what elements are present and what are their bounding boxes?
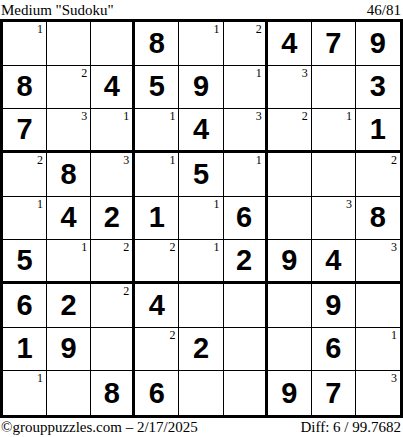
cell-value: 6 <box>325 334 341 363</box>
cell-r7c5[interactable] <box>179 284 223 328</box>
cell-value: 8 <box>61 160 77 189</box>
cell-r7c1[interactable]: 6 <box>3 284 47 328</box>
cell-value: 9 <box>61 334 77 363</box>
cell-value: 9 <box>370 29 386 58</box>
cell-r9c2[interactable] <box>47 371 91 415</box>
cell-r2c1[interactable]: 8 <box>3 66 47 110</box>
cell-r8c7[interactable] <box>268 328 312 372</box>
cell-value: 2 <box>104 203 120 232</box>
cell-value: 8 <box>370 203 386 232</box>
cell-r8c6[interactable] <box>224 328 268 372</box>
cell-value: 5 <box>16 246 32 275</box>
cell-r6c5[interactable]: 1 <box>179 240 223 284</box>
cell-r5c1[interactable]: 1 <box>3 197 47 241</box>
copyright-text: ©grouppuzzles.com – 2/17/2025 <box>1 419 198 435</box>
cell-value: 6 <box>236 203 252 232</box>
pencil-mark: 3 <box>302 66 308 80</box>
cell-value: 9 <box>281 246 297 275</box>
cell-r9c9[interactable]: 3 <box>356 371 400 415</box>
cell-r3c6[interactable]: 3 <box>224 109 268 153</box>
cell-r4c9[interactable]: 2 <box>356 153 400 197</box>
cell-r9c8[interactable]: 7 <box>312 371 356 415</box>
cell-r8c3[interactable] <box>91 328 135 372</box>
cell-r5c7[interactable] <box>268 197 312 241</box>
cell-value: 6 <box>149 379 165 408</box>
pencil-mark: 2 <box>256 22 262 36</box>
cell-r7c9[interactable] <box>356 284 400 328</box>
page-title: Medium "Sudoku" <box>1 2 114 18</box>
cell-r1c8[interactable]: 7 <box>312 22 356 66</box>
cell-r1c9[interactable]: 9 <box>356 22 400 66</box>
cell-r4c1[interactable]: 2 <box>3 153 47 197</box>
cell-r4c2[interactable]: 8 <box>47 153 91 197</box>
pencil-mark: 1 <box>169 109 175 123</box>
cell-r2c8[interactable] <box>312 66 356 110</box>
pencil-mark: 2 <box>123 284 129 298</box>
cell-value: 3 <box>370 72 386 101</box>
cell-r4c5[interactable]: 5 <box>179 153 223 197</box>
cell-r5c4[interactable]: 1 <box>135 197 179 241</box>
cell-r3c3[interactable]: 1 <box>91 109 135 153</box>
cell-r1c7[interactable]: 4 <box>268 22 312 66</box>
pencil-mark: 2 <box>81 66 87 80</box>
pencil-mark: 2 <box>37 153 43 167</box>
cell-r4c4[interactable]: 1 <box>135 153 179 197</box>
cell-value: 2 <box>193 334 209 363</box>
pencil-mark: 2 <box>169 240 175 254</box>
cell-value: 4 <box>61 203 77 232</box>
cell-r5c8[interactable]: 3 <box>312 197 356 241</box>
cell-r9c4[interactable]: 6 <box>135 371 179 415</box>
pencil-mark: 1 <box>37 22 43 36</box>
cell-r1c3[interactable] <box>91 22 135 66</box>
cell-r7c8[interactable]: 9 <box>312 284 356 328</box>
cell-r6c4[interactable]: 2 <box>135 240 179 284</box>
cell-value: 4 <box>149 291 165 320</box>
header: Medium "Sudoku" 46/81 <box>0 0 403 19</box>
cell-r9c5[interactable] <box>179 371 223 415</box>
difficulty-text: Diff: 6 / 99.7682 <box>300 419 401 435</box>
cell-r1c1[interactable]: 1 <box>3 22 47 66</box>
cell-r2c6[interactable]: 1 <box>224 66 268 110</box>
cell-r4c7[interactable] <box>268 153 312 197</box>
pencil-mark: 1 <box>214 197 220 211</box>
cell-r8c9[interactable]: 1 <box>356 328 400 372</box>
pencil-mark: 1 <box>256 153 262 167</box>
cell-value: 4 <box>281 29 297 58</box>
cell-r2c2[interactable]: 2 <box>47 66 91 110</box>
cell-r3c2[interactable]: 3 <box>47 109 91 153</box>
cell-value: 5 <box>193 160 209 189</box>
pencil-mark: 3 <box>391 371 397 385</box>
cell-value: 5 <box>149 72 165 101</box>
pencil-mark: 1 <box>169 153 175 167</box>
cell-r1c6[interactable]: 2 <box>224 22 268 66</box>
cell-value: 1 <box>370 115 386 144</box>
pencil-mark: 3 <box>81 109 87 123</box>
sudoku-grid: 1812479824591337311432112831512142116385… <box>3 22 400 415</box>
cell-r6c3[interactable]: 2 <box>91 240 135 284</box>
cell-value: 2 <box>61 291 77 320</box>
cell-r5c9[interactable]: 8 <box>356 197 400 241</box>
cell-value: 1 <box>16 334 32 363</box>
cell-r2c4[interactable]: 5 <box>135 66 179 110</box>
cell-value: 8 <box>149 29 165 58</box>
cell-r3c8[interactable]: 1 <box>312 109 356 153</box>
cell-r2c9[interactable]: 3 <box>356 66 400 110</box>
pencil-mark: 2 <box>302 109 308 123</box>
pencil-mark: 1 <box>214 240 220 254</box>
cell-r3c4[interactable]: 1 <box>135 109 179 153</box>
pencil-mark: 1 <box>346 109 352 123</box>
cell-r7c2[interactable]: 2 <box>47 284 91 328</box>
footer: ©grouppuzzles.com – 2/17/2025 Diff: 6 / … <box>0 418 403 437</box>
pencil-mark: 3 <box>346 197 352 211</box>
cell-r3c5[interactable]: 4 <box>179 109 223 153</box>
cell-r8c4[interactable]: 2 <box>135 328 179 372</box>
cell-value: 4 <box>193 115 209 144</box>
cell-r6c9[interactable]: 3 <box>356 240 400 284</box>
pencil-mark: 2 <box>169 328 175 342</box>
pencil-mark: 1 <box>123 109 129 123</box>
cell-r1c2[interactable] <box>47 22 91 66</box>
pencil-mark: 1 <box>391 328 397 342</box>
cell-r7c3[interactable]: 2 <box>91 284 135 328</box>
cell-value: 2 <box>236 246 252 275</box>
cell-r3c7[interactable]: 2 <box>268 109 312 153</box>
cell-r9c3[interactable]: 8 <box>91 371 135 415</box>
cell-value: 4 <box>325 246 341 275</box>
cell-value: 9 <box>281 379 297 408</box>
cell-r8c5[interactable]: 2 <box>179 328 223 372</box>
cell-value: 7 <box>16 115 32 144</box>
cell-value: 9 <box>193 72 209 101</box>
cell-r9c7[interactable]: 9 <box>268 371 312 415</box>
cell-r6c2[interactable]: 1 <box>47 240 91 284</box>
cell-r8c1[interactable]: 1 <box>3 328 47 372</box>
cell-value: 1 <box>149 203 165 232</box>
cell-value: 7 <box>325 379 341 408</box>
cell-r4c6[interactable]: 1 <box>224 153 268 197</box>
cell-r9c6[interactable] <box>224 371 268 415</box>
cell-r6c1[interactable]: 5 <box>3 240 47 284</box>
cell-value: 7 <box>325 29 341 58</box>
cell-r7c7[interactable] <box>268 284 312 328</box>
cell-r8c2[interactable]: 9 <box>47 328 91 372</box>
cell-r9c1[interactable]: 1 <box>3 371 47 415</box>
cell-value: 6 <box>16 291 32 320</box>
pencil-mark: 1 <box>37 197 43 211</box>
cell-r2c5[interactable]: 9 <box>179 66 223 110</box>
cells-remaining-counter: 46/81 <box>367 2 401 18</box>
cell-r2c7[interactable]: 3 <box>268 66 312 110</box>
cell-r6c7[interactable]: 9 <box>268 240 312 284</box>
cell-r6c8[interactable]: 4 <box>312 240 356 284</box>
cell-r6c6[interactable]: 2 <box>224 240 268 284</box>
pencil-mark: 3 <box>256 109 262 123</box>
cell-r5c2[interactable]: 4 <box>47 197 91 241</box>
cell-r2c3[interactable]: 4 <box>91 66 135 110</box>
cell-r5c6[interactable]: 6 <box>224 197 268 241</box>
cell-r4c8[interactable] <box>312 153 356 197</box>
cell-r3c9[interactable]: 1 <box>356 109 400 153</box>
cell-r3c1[interactable]: 7 <box>3 109 47 153</box>
pencil-mark: 2 <box>123 240 129 254</box>
pencil-mark: 1 <box>37 371 43 385</box>
sudoku-board: 1812479824591337311432112831512142116385… <box>0 19 403 418</box>
cell-r8c8[interactable]: 6 <box>312 328 356 372</box>
pencil-mark: 3 <box>123 153 129 167</box>
cell-value: 4 <box>104 72 120 101</box>
cell-r1c4[interactable]: 8 <box>135 22 179 66</box>
cell-r7c6[interactable] <box>224 284 268 328</box>
cell-r4c3[interactable]: 3 <box>91 153 135 197</box>
cell-value: 9 <box>325 291 341 320</box>
pencil-mark: 2 <box>391 153 397 167</box>
cell-r7c4[interactable]: 4 <box>135 284 179 328</box>
cell-r5c3[interactable]: 2 <box>91 197 135 241</box>
pencil-mark: 1 <box>256 66 262 80</box>
cell-value: 8 <box>16 72 32 101</box>
cell-value: 8 <box>104 379 120 408</box>
cell-r5c5[interactable]: 1 <box>179 197 223 241</box>
cell-r1c5[interactable]: 1 <box>179 22 223 66</box>
pencil-mark: 1 <box>81 240 87 254</box>
pencil-mark: 1 <box>214 22 220 36</box>
pencil-mark: 3 <box>391 240 397 254</box>
